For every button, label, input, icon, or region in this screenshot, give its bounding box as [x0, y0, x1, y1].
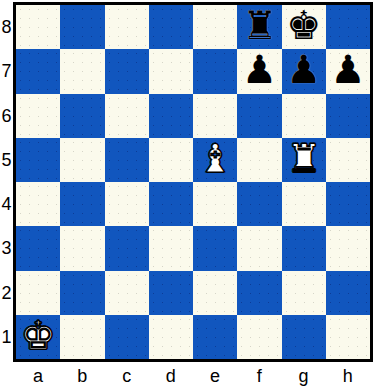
file-label-g: g — [282, 362, 326, 388]
square-f4[interactable] — [237, 182, 281, 226]
square-c5[interactable] — [105, 138, 149, 182]
file-labels: abcdefgh — [13, 362, 373, 388]
square-c1[interactable] — [105, 315, 149, 359]
square-d1[interactable] — [149, 315, 193, 359]
square-e4[interactable] — [193, 182, 237, 226]
square-d7[interactable] — [149, 49, 193, 93]
square-f6[interactable] — [237, 94, 281, 138]
square-c7[interactable] — [105, 49, 149, 93]
rank-label-6: 6 — [0, 94, 13, 138]
square-e3[interactable] — [193, 226, 237, 270]
square-b3[interactable] — [60, 226, 104, 270]
square-b5[interactable] — [60, 138, 104, 182]
square-f2[interactable] — [237, 271, 281, 315]
square-e2[interactable] — [193, 271, 237, 315]
square-g3[interactable] — [282, 226, 326, 270]
square-a8[interactable] — [16, 5, 60, 49]
square-h8[interactable] — [326, 5, 370, 49]
rank-label-7: 7 — [0, 49, 13, 93]
square-f7[interactable]: ♟ — [237, 49, 281, 93]
file-label-f: f — [237, 362, 281, 388]
square-e8[interactable] — [193, 5, 237, 49]
square-d2[interactable] — [149, 271, 193, 315]
square-g8[interactable]: ♚ — [282, 5, 326, 49]
square-e5[interactable]: ♝ — [193, 138, 237, 182]
square-g2[interactable] — [282, 271, 326, 315]
square-g5[interactable]: ♜ — [282, 138, 326, 182]
chess-diagram: 87654321 ♜♚♟♟♟♝♜♚ abcdefgh — [0, 0, 375, 388]
square-a3[interactable] — [16, 226, 60, 270]
rank-label-5: 5 — [0, 138, 13, 182]
square-c4[interactable] — [105, 182, 149, 226]
square-e6[interactable] — [193, 94, 237, 138]
piece-black-pawn[interactable]: ♟ — [330, 48, 365, 92]
square-e7[interactable] — [193, 49, 237, 93]
square-g7[interactable]: ♟ — [282, 49, 326, 93]
square-d8[interactable] — [149, 5, 193, 49]
square-a2[interactable] — [16, 271, 60, 315]
square-h4[interactable] — [326, 182, 370, 226]
rank-label-4: 4 — [0, 182, 13, 226]
square-h3[interactable] — [326, 226, 370, 270]
square-a5[interactable] — [16, 138, 60, 182]
rank-label-1: 1 — [0, 315, 13, 359]
square-c8[interactable] — [105, 5, 149, 49]
square-h2[interactable] — [326, 271, 370, 315]
square-d3[interactable] — [149, 226, 193, 270]
square-a6[interactable] — [16, 94, 60, 138]
square-g1[interactable] — [282, 315, 326, 359]
square-c6[interactable] — [105, 94, 149, 138]
square-f1[interactable] — [237, 315, 281, 359]
rank-labels: 87654321 — [0, 2, 13, 362]
square-h1[interactable] — [326, 315, 370, 359]
square-b2[interactable] — [60, 271, 104, 315]
file-label-e: e — [193, 362, 237, 388]
square-c2[interactable] — [105, 271, 149, 315]
rank-label-8: 8 — [0, 5, 13, 49]
file-label-a: a — [16, 362, 60, 388]
rank-label-2: 2 — [0, 271, 13, 315]
square-a1[interactable]: ♚ — [16, 315, 60, 359]
square-c3[interactable] — [105, 226, 149, 270]
square-b8[interactable] — [60, 5, 104, 49]
square-f5[interactable] — [237, 138, 281, 182]
file-label-d: d — [149, 362, 193, 388]
file-label-h: h — [326, 362, 370, 388]
square-d6[interactable] — [149, 94, 193, 138]
piece-black-pawn[interactable]: ♟ — [286, 48, 321, 92]
square-a4[interactable] — [16, 182, 60, 226]
square-h5[interactable] — [326, 138, 370, 182]
square-f3[interactable] — [237, 226, 281, 270]
piece-white-bishop[interactable]: ♝ — [198, 137, 233, 181]
square-h7[interactable]: ♟ — [326, 49, 370, 93]
rank-label-3: 3 — [0, 226, 13, 270]
square-b1[interactable] — [60, 315, 104, 359]
chess-board: ♜♚♟♟♟♝♜♚ — [13, 2, 373, 362]
square-g4[interactable] — [282, 182, 326, 226]
square-b6[interactable] — [60, 94, 104, 138]
square-b4[interactable] — [60, 182, 104, 226]
square-a7[interactable] — [16, 49, 60, 93]
square-b7[interactable] — [60, 49, 104, 93]
piece-black-rook[interactable]: ♜ — [242, 4, 277, 48]
square-d5[interactable] — [149, 138, 193, 182]
square-h6[interactable] — [326, 94, 370, 138]
file-label-c: c — [105, 362, 149, 388]
piece-black-pawn[interactable]: ♟ — [242, 48, 277, 92]
piece-white-rook[interactable]: ♜ — [286, 137, 321, 181]
square-e1[interactable] — [193, 315, 237, 359]
square-f8[interactable]: ♜ — [237, 5, 281, 49]
file-label-b: b — [60, 362, 104, 388]
square-d4[interactable] — [149, 182, 193, 226]
square-g6[interactable] — [282, 94, 326, 138]
piece-white-king[interactable]: ♚ — [21, 314, 56, 358]
piece-black-king[interactable]: ♚ — [286, 4, 321, 48]
